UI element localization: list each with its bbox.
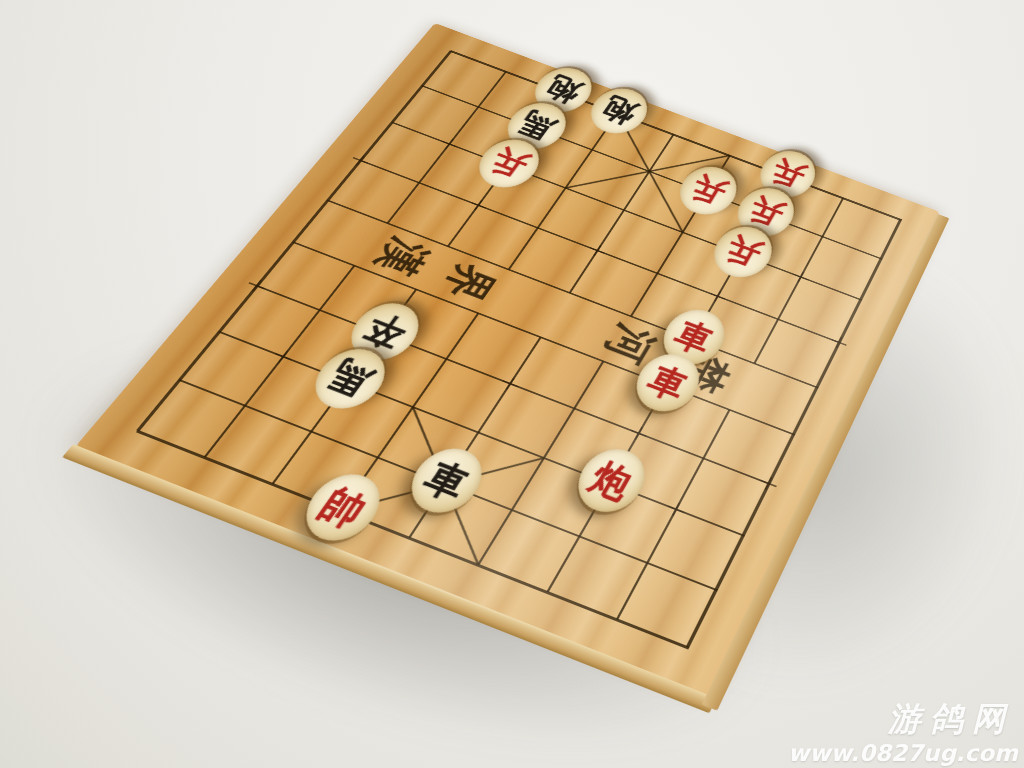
piece-red-cannon[interactable]: 炮 (566, 440, 656, 520)
pieces-layer: 炮炮馬兵兵兵兵兵車車卒馬炮車帥 (435, 23, 940, 212)
grid-line (477, 361, 604, 565)
watermark-url: www.0827ug.com (788, 740, 1018, 766)
piece-black-cannon[interactable]: 炮 (581, 82, 657, 141)
watermark: 游鸽网 www.0827ug.com (788, 697, 1018, 766)
watermark-site-name: 游鸽网 (788, 697, 1014, 742)
piece-black-chariot[interactable]: 車 (398, 440, 495, 522)
piece-red-soldier[interactable]: 兵 (670, 160, 746, 222)
photo-stage: 漢界河楚 炮炮馬兵兵兵兵兵車車卒馬炮車帥 游鸽网 www.0827ug.com (0, 0, 1024, 768)
